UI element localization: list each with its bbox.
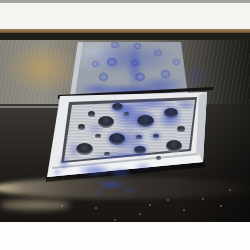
front-dye-drip bbox=[134, 162, 152, 171]
front-face-dye-drips bbox=[0, 0, 250, 250]
front-dye-drip bbox=[52, 168, 62, 176]
photo-stage bbox=[0, 0, 250, 250]
background-bottom-white bbox=[0, 222, 250, 250]
front-dye-drip bbox=[107, 167, 133, 178]
